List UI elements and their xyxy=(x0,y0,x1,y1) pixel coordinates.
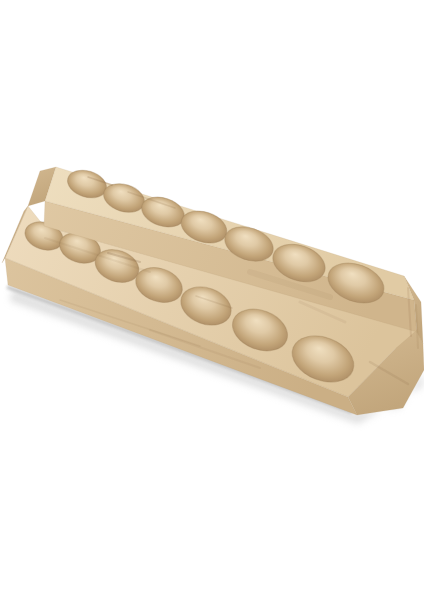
product-photo-canvas xyxy=(0,0,424,600)
mancala-board-photo xyxy=(0,0,424,600)
